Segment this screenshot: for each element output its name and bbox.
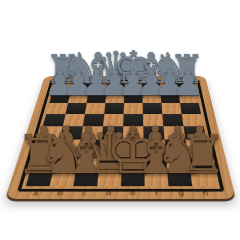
square-h1 — [190, 169, 216, 186]
square-e3 — [122, 139, 144, 153]
square-h2 — [188, 154, 213, 170]
square-b6 — [66, 103, 87, 114]
chess-board: abcdefgh — [5, 76, 236, 199]
square-d3 — [100, 139, 122, 153]
square-h8 — [177, 82, 196, 92]
square-d4 — [102, 126, 123, 139]
square-d8 — [106, 82, 124, 92]
square-h5 — [182, 114, 204, 126]
square-g6 — [161, 103, 181, 114]
square-e6 — [124, 103, 143, 114]
square-b5 — [63, 114, 85, 126]
square-e1 — [121, 169, 145, 186]
file-label-g: g — [178, 189, 185, 199]
square-h7 — [178, 92, 198, 103]
square-h4 — [183, 126, 206, 139]
square-f3 — [144, 139, 166, 153]
square-c6 — [85, 103, 105, 114]
square-c7 — [87, 92, 107, 103]
square-c4 — [81, 126, 103, 139]
square-e4 — [123, 126, 144, 139]
square-b3 — [57, 139, 81, 153]
square-f1 — [144, 169, 168, 186]
square-e2 — [122, 154, 145, 170]
square-b1 — [50, 169, 76, 186]
square-c8 — [88, 82, 107, 92]
square-e7 — [124, 92, 143, 103]
square-g8 — [160, 82, 179, 92]
file-label-f: f — [155, 189, 159, 199]
square-d6 — [104, 103, 124, 114]
square-b4 — [60, 126, 83, 139]
square-g7 — [160, 92, 180, 103]
square-c1 — [73, 169, 98, 186]
square-h6 — [180, 103, 201, 114]
square-g5 — [162, 114, 183, 126]
square-e5 — [123, 114, 143, 126]
file-label-e: e — [130, 189, 135, 199]
square-c3 — [79, 139, 102, 153]
square-d1 — [97, 169, 121, 186]
square-f2 — [144, 154, 167, 170]
square-c5 — [83, 114, 104, 126]
square-b7 — [68, 92, 88, 103]
square-h3 — [185, 139, 209, 153]
square-f7 — [142, 92, 161, 103]
square-b8 — [70, 82, 90, 92]
board-squares — [26, 82, 216, 186]
square-f8 — [142, 82, 160, 92]
file-label-d: d — [105, 189, 111, 199]
square-g3 — [165, 139, 188, 153]
square-d2 — [99, 154, 122, 170]
square-f4 — [143, 126, 164, 139]
square-g1 — [167, 169, 192, 186]
square-c2 — [76, 154, 100, 170]
square-e8 — [124, 82, 142, 92]
photo-canvas: abcdefgh ♜♞♝♛♚♝♞♜♟♟♟♟♟♟♟♟♟♟♟♟♟♟♟♟♜♞♝♛♚♝♞… — [0, 0, 240, 240]
square-b2 — [53, 154, 78, 170]
square-g2 — [166, 154, 190, 170]
square-f5 — [143, 114, 163, 126]
square-g4 — [163, 126, 185, 139]
square-f6 — [143, 103, 163, 114]
square-d5 — [103, 114, 124, 126]
square-d7 — [105, 92, 124, 103]
